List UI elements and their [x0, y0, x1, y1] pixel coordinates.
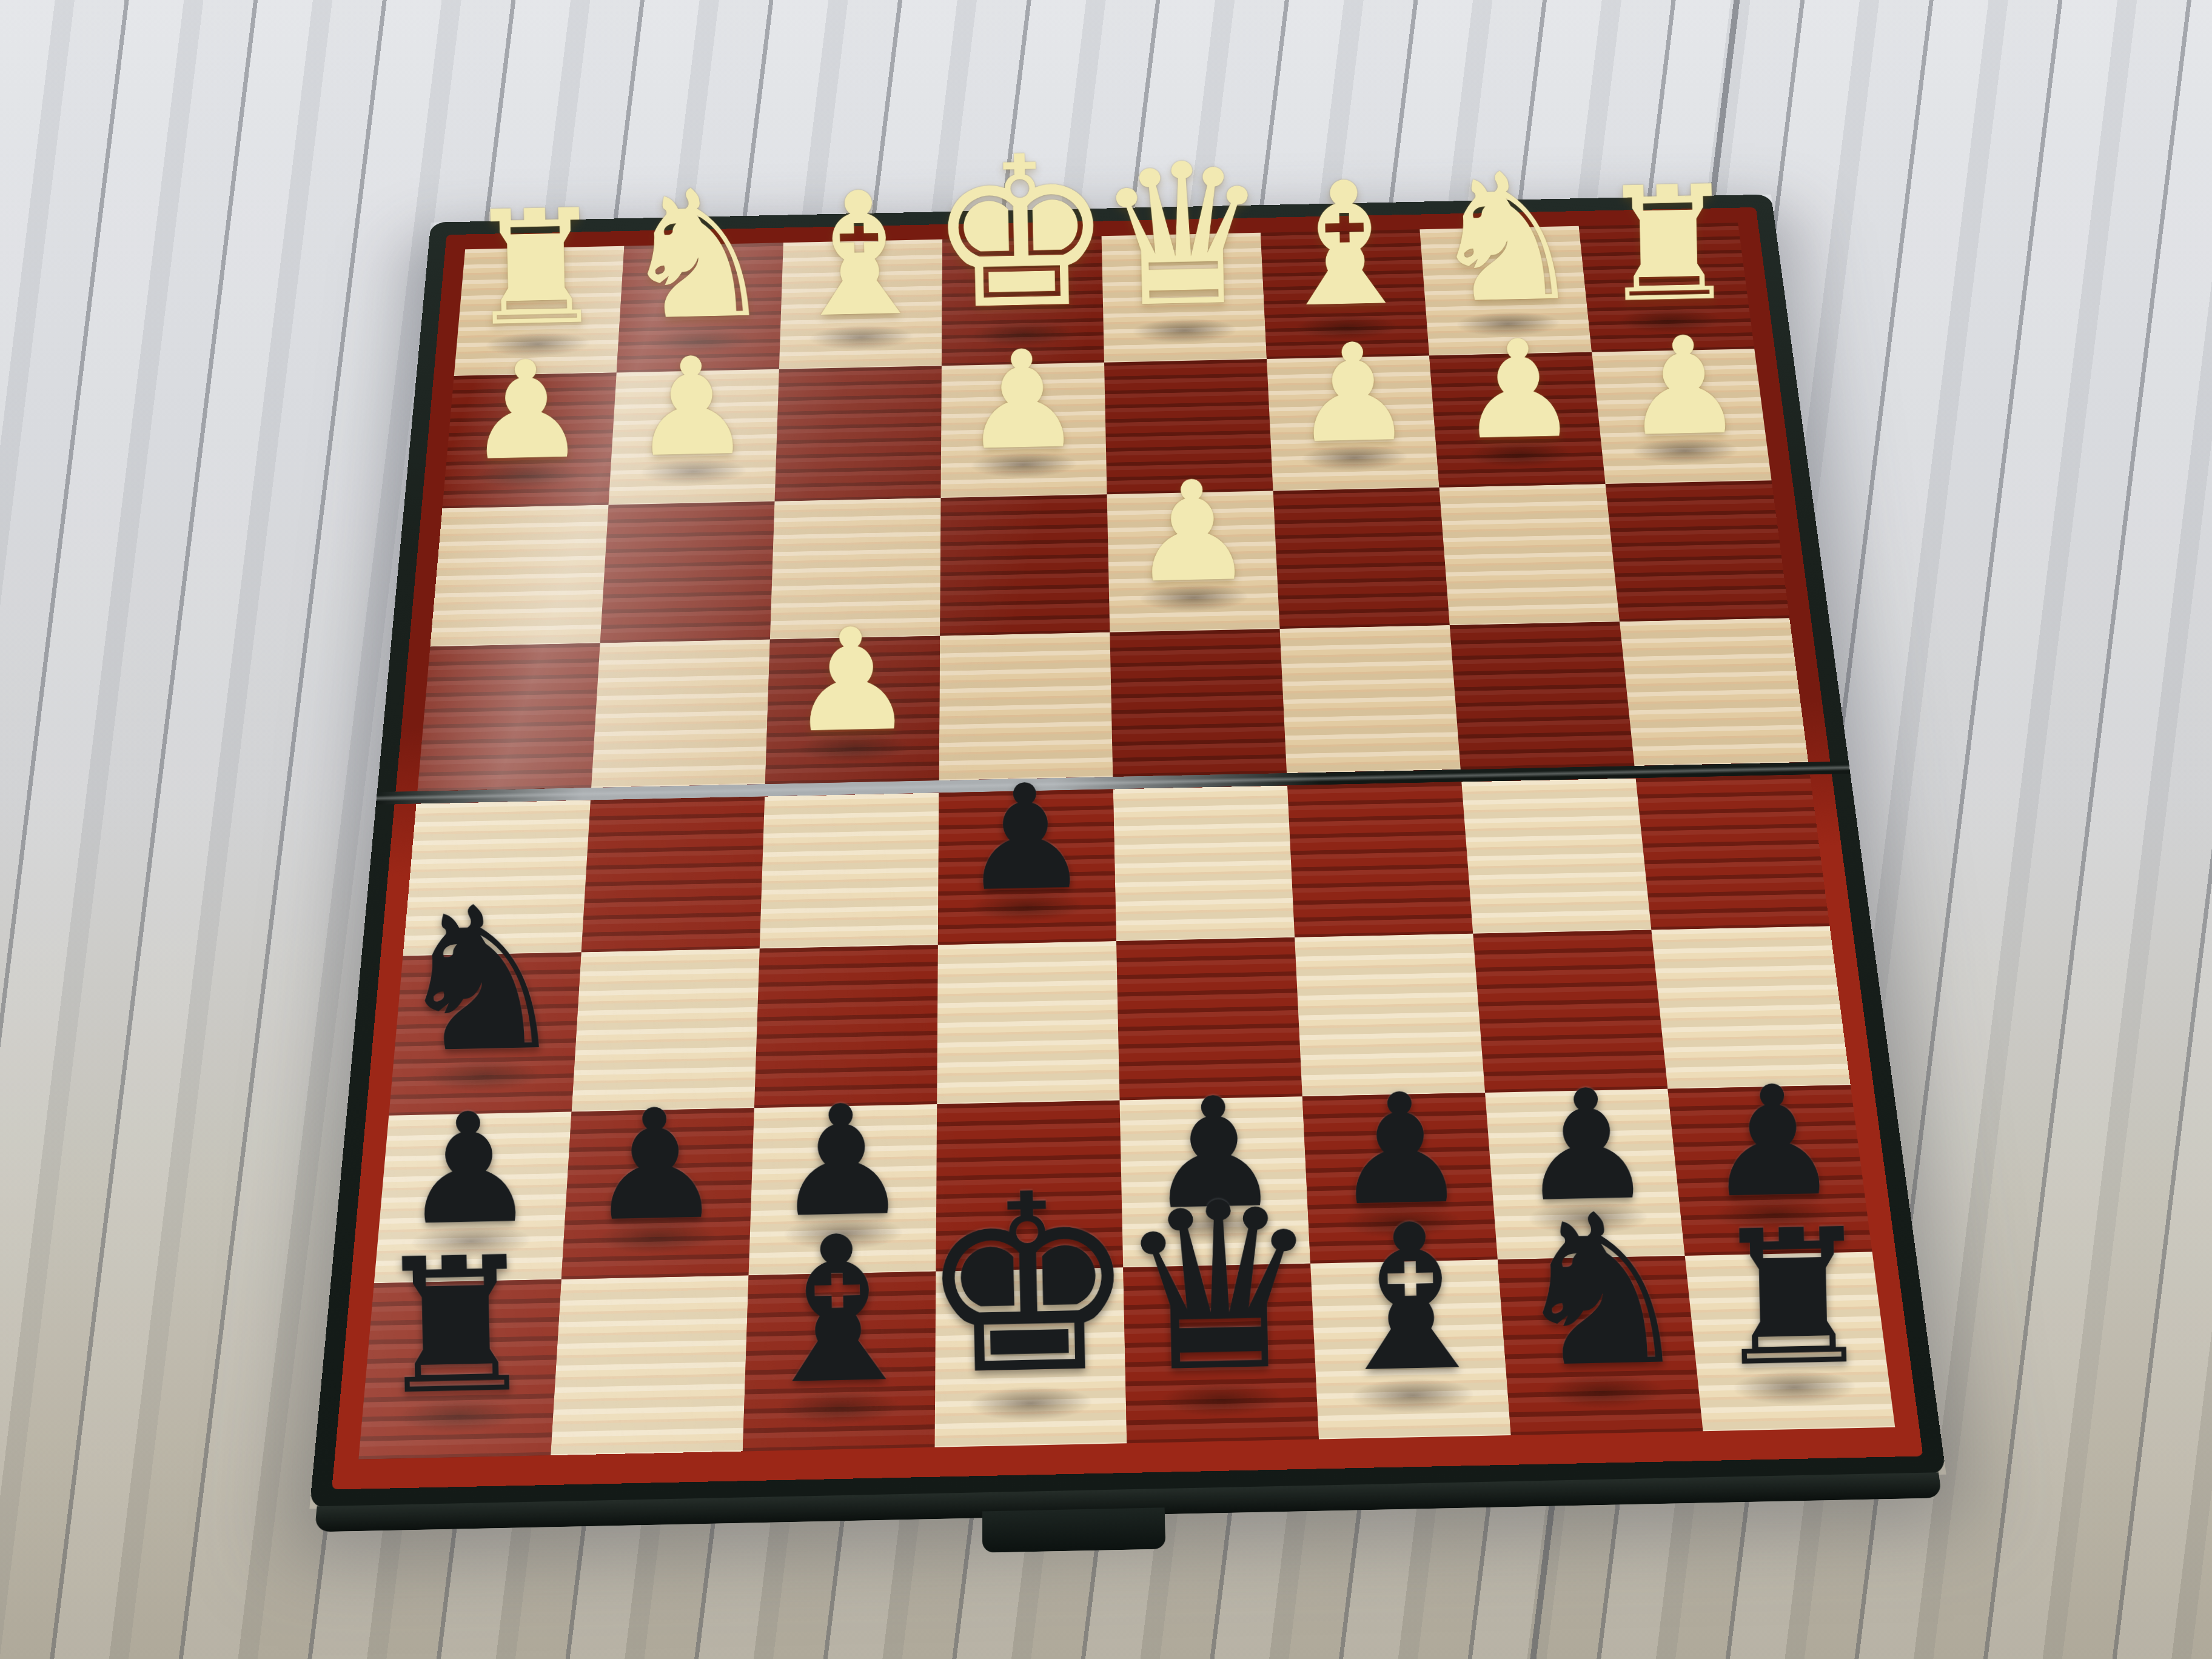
piece-black-rook-h8[interactable]: ♜ — [370, 1232, 541, 1421]
square-g8[interactable] — [551, 1275, 749, 1455]
square-h8[interactable]: ♜ — [358, 1279, 561, 1460]
square-f8[interactable]: ♝ — [743, 1272, 936, 1452]
square-a3[interactable] — [1606, 480, 1790, 622]
square-f4[interactable]: ♟ — [765, 636, 940, 784]
square-c2[interactable]: ♟ — [1267, 355, 1439, 491]
square-d5[interactable] — [1113, 786, 1295, 941]
square-a4[interactable] — [1620, 618, 1808, 766]
square-g7[interactable]: ♟ — [561, 1108, 754, 1279]
piece-white-pawn-e2[interactable]: ♟ — [960, 332, 1084, 469]
piece-white-pawn-h2[interactable]: ♟ — [464, 342, 588, 479]
square-g3[interactable] — [600, 501, 775, 643]
piece-white-pawn-d3[interactable]: ♟ — [1129, 461, 1256, 602]
square-e8[interactable]: ♚ — [935, 1267, 1127, 1447]
square-c8[interactable]: ♝ — [1310, 1259, 1511, 1439]
square-b4[interactable] — [1450, 622, 1635, 769]
piece-black-rook-a8[interactable]: ♜ — [1708, 1204, 1878, 1393]
piece-white-pawn-g2[interactable]: ♟ — [629, 338, 753, 475]
square-d8[interactable]: ♛ — [1123, 1264, 1319, 1443]
chess-board-area: ♜♞♝♚♛♝♞♜♟♟♟♟♟♟♟♟ ♟♞♟♟♟♟♟♟♟♜♝♚♛♝♞♜ — [309, 0, 1946, 1492]
square-f1[interactable]: ♝ — [779, 240, 942, 369]
piece-white-bishop-f1[interactable]: ♝ — [781, 169, 937, 341]
folding-chess-board: ♜♞♝♚♛♝♞♜♟♟♟♟♟♟♟♟ ♟♞♟♟♟♟♟♟♟♜♝♚♛♝♞♜ — [309, 195, 1946, 1509]
square-f2[interactable] — [775, 366, 942, 501]
square-b5[interactable] — [1461, 779, 1651, 934]
square-h3[interactable] — [430, 504, 608, 646]
piece-black-king-e8[interactable]: ♚ — [916, 1160, 1141, 1410]
square-a8[interactable]: ♜ — [1685, 1252, 1895, 1431]
square-a2[interactable]: ♟ — [1592, 349, 1771, 484]
piece-black-bishop-c8[interactable]: ♝ — [1318, 1197, 1503, 1401]
piece-white-knight-g1[interactable]: ♞ — [617, 166, 778, 346]
square-d4[interactable] — [1110, 629, 1287, 777]
square-e2[interactable]: ♟ — [941, 363, 1107, 498]
square-g2[interactable]: ♟ — [609, 369, 779, 505]
board-half-near-grid: ♟♞♟♟♟♟♟♟♟♜♝♚♛♝♞♜ — [358, 775, 1895, 1460]
clasp-latch — [982, 1507, 1165, 1553]
square-e3[interactable] — [940, 494, 1110, 635]
piece-white-pawn-f4[interactable]: ♟ — [786, 609, 916, 752]
square-d3[interactable]: ♟ — [1107, 491, 1280, 632]
piece-black-pawn-e5[interactable]: ♟ — [959, 764, 1092, 911]
piece-black-knight-h6[interactable]: ♞ — [390, 880, 571, 1081]
square-b8[interactable]: ♞ — [1498, 1256, 1703, 1435]
square-h2[interactable]: ♟ — [443, 372, 617, 508]
square-c5[interactable] — [1287, 782, 1473, 937]
square-g4[interactable] — [591, 640, 770, 788]
piece-white-bishop-c1[interactable]: ♝ — [1267, 158, 1423, 331]
board-half-near: ♟♞♟♟♟♟♟♟♟♜♝♚♛♝♞♜ — [358, 775, 1895, 1460]
board-half-far-grid: ♜♞♝♚♛♝♞♜♟♟♟♟♟♟♟♟ — [417, 223, 1808, 791]
square-e6[interactable] — [937, 941, 1119, 1104]
square-a5[interactable] — [1636, 775, 1830, 930]
square-c3[interactable] — [1273, 488, 1450, 629]
square-g5[interactable] — [581, 797, 765, 953]
square-e5[interactable]: ♟ — [938, 789, 1116, 945]
piece-white-queen-d1[interactable]: ♛ — [1093, 137, 1272, 335]
piece-white-knight-b1[interactable]: ♞ — [1426, 149, 1587, 329]
piece-black-bishop-f8[interactable]: ♝ — [745, 1208, 930, 1413]
piece-white-rook-a1[interactable]: ♜ — [1596, 164, 1740, 324]
piece-white-pawn-c2[interactable]: ♟ — [1291, 324, 1415, 461]
piece-white-pawn-a2[interactable]: ♟ — [1622, 318, 1746, 455]
piece-black-pawn-g7[interactable]: ♟ — [586, 1088, 725, 1242]
piece-black-knight-b8[interactable]: ♞ — [1506, 1185, 1697, 1397]
square-f5[interactable] — [760, 793, 939, 949]
board-frame: ♜♞♝♚♛♝♞♜♟♟♟♟♟♟♟♟ ♟♞♟♟♟♟♟♟♟♜♝♚♛♝♞♜ — [309, 195, 1946, 1509]
square-c4[interactable] — [1280, 625, 1461, 773]
piece-black-queen-d8[interactable]: ♛ — [1114, 1171, 1325, 1405]
square-b2[interactable]: ♟ — [1429, 352, 1605, 488]
square-b3[interactable] — [1439, 484, 1620, 625]
square-d1[interactable]: ♛ — [1102, 233, 1267, 363]
piece-white-king-e1[interactable]: ♚ — [925, 127, 1116, 339]
board-half-far: ♜♞♝♚♛♝♞♜♟♟♟♟♟♟♟♟ — [417, 223, 1808, 791]
square-h4[interactable] — [417, 643, 600, 791]
board-border-band: ♜♞♝♚♛♝♞♜♟♟♟♟♟♟♟♟ ♟♞♟♟♟♟♟♟♟♜♝♚♛♝♞♜ — [332, 207, 1923, 1490]
piece-white-rook-h1[interactable]: ♜ — [463, 188, 608, 348]
piece-white-pawn-b2[interactable]: ♟ — [1456, 321, 1580, 458]
